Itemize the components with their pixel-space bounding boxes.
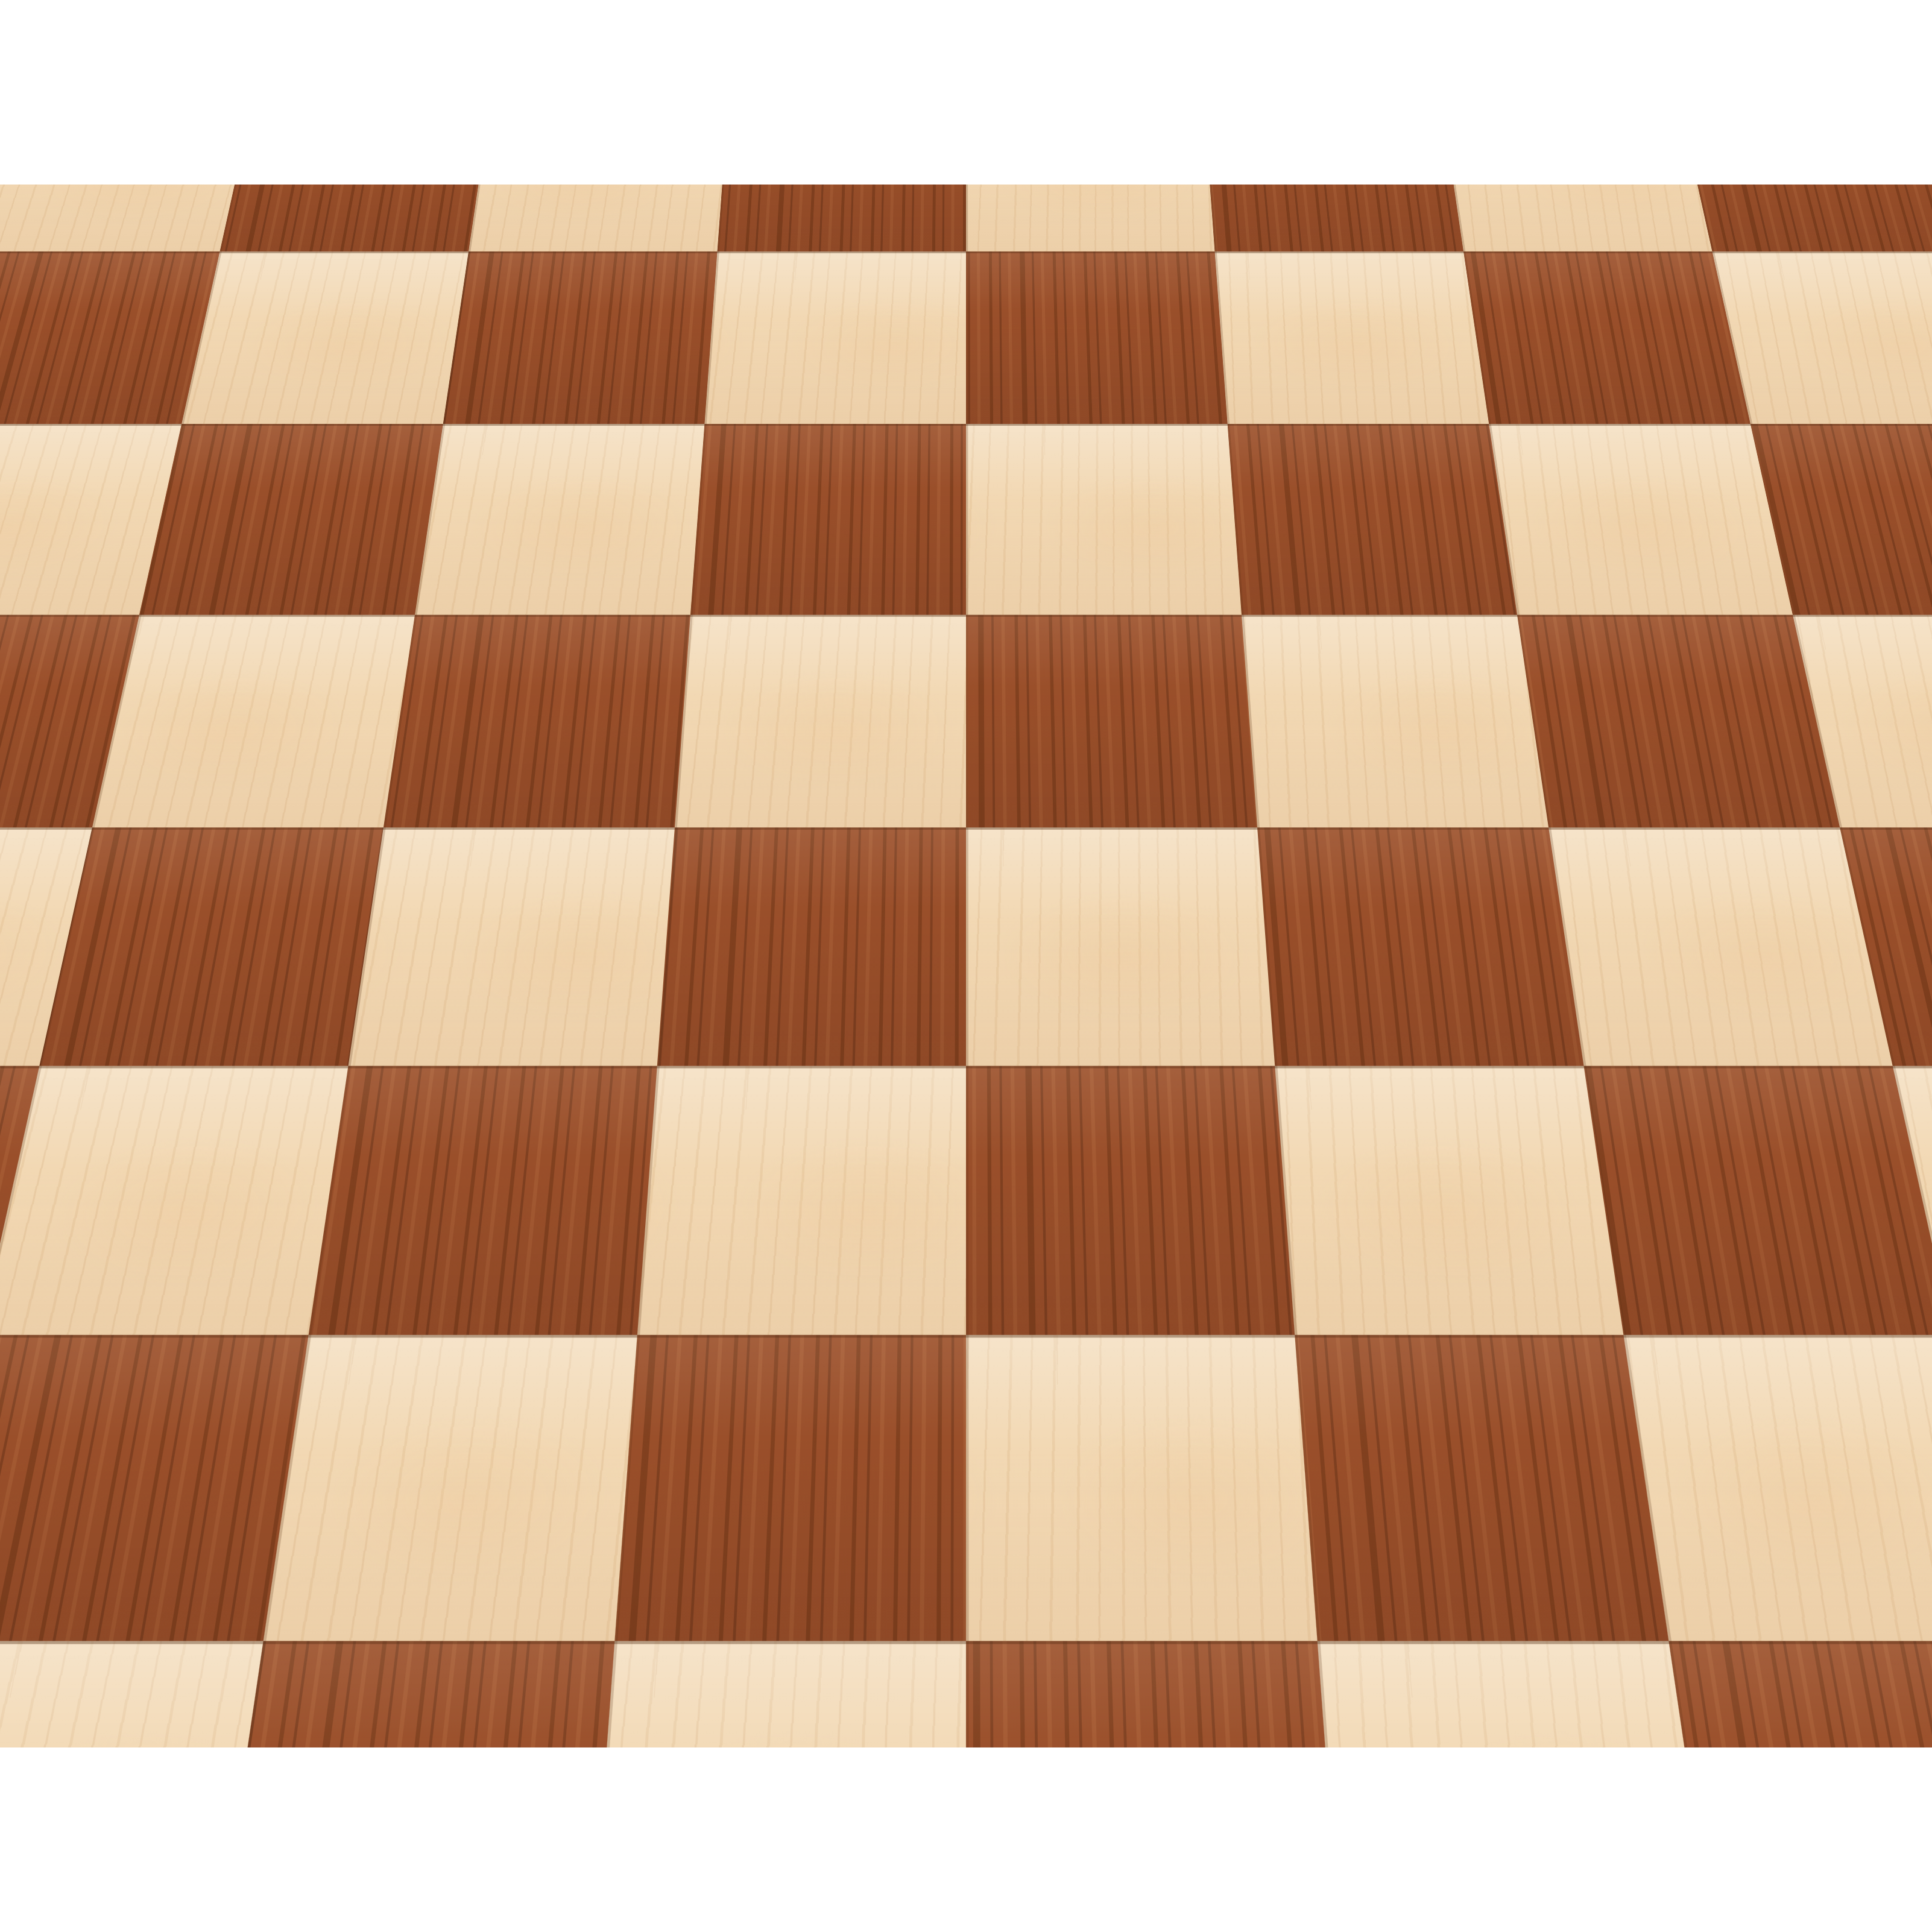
board-square bbox=[1678, 185, 1932, 251]
board-square bbox=[704, 251, 966, 424]
board-square bbox=[264, 1335, 637, 1641]
board-square bbox=[1228, 424, 1517, 615]
board-square bbox=[349, 827, 675, 1065]
board-square bbox=[1548, 827, 1893, 1065]
board-square bbox=[1517, 615, 1840, 828]
board-square bbox=[92, 615, 415, 828]
board-square bbox=[717, 185, 966, 251]
board-square bbox=[0, 1066, 349, 1335]
board-square bbox=[0, 185, 254, 251]
board-square bbox=[1489, 424, 1793, 615]
board-square bbox=[415, 424, 704, 615]
board-square bbox=[966, 185, 1215, 251]
board-square bbox=[966, 615, 1257, 828]
board-square bbox=[309, 1066, 657, 1335]
board-square bbox=[675, 615, 966, 828]
board-square bbox=[1242, 615, 1548, 828]
board-square bbox=[1257, 827, 1583, 1065]
board-square bbox=[1275, 1066, 1623, 1335]
board-square bbox=[212, 1641, 615, 1747]
board-square bbox=[182, 251, 469, 424]
board-square bbox=[1295, 1335, 1668, 1641]
board-square bbox=[966, 1066, 1295, 1335]
board-square bbox=[1583, 1066, 1932, 1335]
board-square bbox=[1668, 1641, 1932, 1747]
board-square bbox=[966, 1335, 1318, 1641]
board-square bbox=[39, 827, 384, 1065]
board-square bbox=[0, 1641, 264, 1747]
board-square bbox=[219, 185, 491, 251]
board-square bbox=[657, 827, 966, 1065]
board-square bbox=[966, 424, 1242, 615]
board-square bbox=[1463, 251, 1750, 424]
board-square bbox=[443, 251, 718, 424]
board-square bbox=[1441, 185, 1713, 251]
board-square bbox=[1203, 185, 1463, 251]
board-square bbox=[966, 827, 1275, 1065]
chessboard-photo bbox=[0, 185, 1932, 1747]
board-square bbox=[1713, 251, 1932, 424]
board-square bbox=[637, 1066, 966, 1335]
board-square bbox=[1623, 1335, 1932, 1641]
board-square bbox=[469, 185, 729, 251]
board-square bbox=[614, 1335, 966, 1641]
product-photo-page bbox=[0, 0, 1932, 1932]
board-square bbox=[966, 251, 1228, 424]
board-square bbox=[0, 1335, 309, 1641]
board-square bbox=[966, 1641, 1343, 1747]
board-square bbox=[1215, 251, 1489, 424]
chessboard bbox=[0, 185, 1932, 1747]
board-square bbox=[1318, 1641, 1721, 1747]
board-square bbox=[384, 615, 690, 828]
board-square bbox=[139, 424, 443, 615]
board-square bbox=[690, 424, 966, 615]
board-square bbox=[589, 1641, 966, 1747]
